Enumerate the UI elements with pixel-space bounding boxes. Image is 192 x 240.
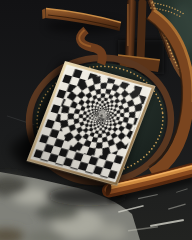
armrest-end-cap — [42, 8, 46, 19]
photo-scene — [0, 0, 192, 240]
post-highlight — [127, 4, 128, 46]
